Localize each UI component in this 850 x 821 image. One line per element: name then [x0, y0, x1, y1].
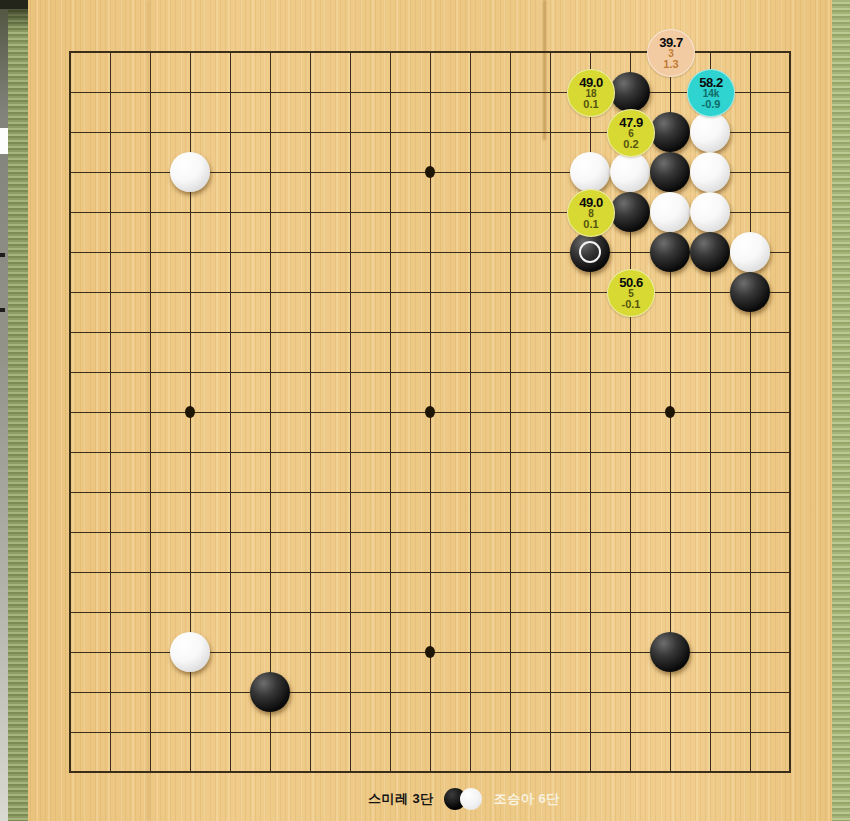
- board-point-P7[interactable]: [610, 512, 650, 552]
- board-point-M14[interactable]: [490, 232, 530, 272]
- board-point-E14[interactable]: [210, 232, 250, 272]
- board-point-J3[interactable]: [370, 672, 410, 712]
- board-point-F15[interactable]: [250, 192, 290, 232]
- board-point-B4[interactable]: [90, 632, 130, 672]
- board-point-D14[interactable]: [170, 232, 210, 272]
- board-point-J19[interactable]: [370, 32, 410, 72]
- board-point-Q4[interactable]: [650, 632, 690, 672]
- board-point-Q16[interactable]: [650, 152, 690, 192]
- board-point-H6[interactable]: [330, 552, 370, 592]
- board-point-H13[interactable]: [330, 272, 370, 312]
- board-point-C8[interactable]: [130, 472, 170, 512]
- board-point-K9[interactable]: [410, 432, 450, 472]
- board-point-C6[interactable]: [130, 552, 170, 592]
- board-point-N7[interactable]: [530, 512, 570, 552]
- board-point-L18[interactable]: [450, 72, 490, 112]
- board-point-A5[interactable]: [50, 592, 90, 632]
- board-point-O13[interactable]: [570, 272, 610, 312]
- board-point-P16[interactable]: [610, 152, 650, 192]
- board-point-M6[interactable]: [490, 552, 530, 592]
- board-point-Q10[interactable]: [650, 392, 690, 432]
- board-point-F7[interactable]: [250, 512, 290, 552]
- board-point-T7[interactable]: [770, 512, 810, 552]
- board-point-M7[interactable]: [490, 512, 530, 552]
- board-point-L7[interactable]: [450, 512, 490, 552]
- board-point-D1[interactable]: [170, 752, 210, 792]
- board-point-M10[interactable]: [490, 392, 530, 432]
- board-point-E18[interactable]: [210, 72, 250, 112]
- board-point-O10[interactable]: [570, 392, 610, 432]
- board-point-O18[interactable]: 49.0180.1: [570, 72, 610, 112]
- board-point-F8[interactable]: [250, 472, 290, 512]
- board-point-S4[interactable]: [730, 632, 770, 672]
- board-point-R12[interactable]: [690, 312, 730, 352]
- board-point-K5[interactable]: [410, 592, 450, 632]
- board-point-T18[interactable]: [770, 72, 810, 112]
- board-point-K7[interactable]: [410, 512, 450, 552]
- board-point-E10[interactable]: [210, 392, 250, 432]
- board-point-E13[interactable]: [210, 272, 250, 312]
- board-point-K14[interactable]: [410, 232, 450, 272]
- board-point-B10[interactable]: [90, 392, 130, 432]
- board-point-T12[interactable]: [770, 312, 810, 352]
- board-point-C11[interactable]: [130, 352, 170, 392]
- board-point-N1[interactable]: [530, 752, 570, 792]
- board-point-E3[interactable]: [210, 672, 250, 712]
- board-point-H2[interactable]: [330, 712, 370, 752]
- board-point-A13[interactable]: [50, 272, 90, 312]
- board-point-B19[interactable]: [90, 32, 130, 72]
- board-point-M15[interactable]: [490, 192, 530, 232]
- board-point-F2[interactable]: [250, 712, 290, 752]
- board-point-L17[interactable]: [450, 112, 490, 152]
- board-point-G12[interactable]: [290, 312, 330, 352]
- board-point-T19[interactable]: [770, 32, 810, 72]
- board-point-Q2[interactable]: [650, 712, 690, 752]
- board-point-R10[interactable]: [690, 392, 730, 432]
- board-point-H5[interactable]: [330, 592, 370, 632]
- board-point-E2[interactable]: [210, 712, 250, 752]
- board-point-G16[interactable]: [290, 152, 330, 192]
- board-point-A11[interactable]: [50, 352, 90, 392]
- board-point-B16[interactable]: [90, 152, 130, 192]
- board-point-B2[interactable]: [90, 712, 130, 752]
- board-point-N11[interactable]: [530, 352, 570, 392]
- board-point-E12[interactable]: [210, 312, 250, 352]
- board-point-C15[interactable]: [130, 192, 170, 232]
- board-point-N6[interactable]: [530, 552, 570, 592]
- board-point-R2[interactable]: [690, 712, 730, 752]
- board-point-S19[interactable]: [730, 32, 770, 72]
- board-point-Q8[interactable]: [650, 472, 690, 512]
- board-point-P13[interactable]: 50.65-0.1: [610, 272, 650, 312]
- board-point-D3[interactable]: [170, 672, 210, 712]
- board-point-O3[interactable]: [570, 672, 610, 712]
- board-point-O11[interactable]: [570, 352, 610, 392]
- board-point-D9[interactable]: [170, 432, 210, 472]
- board-point-C17[interactable]: [130, 112, 170, 152]
- board-point-E19[interactable]: [210, 32, 250, 72]
- board-point-F4[interactable]: [250, 632, 290, 672]
- board-point-L6[interactable]: [450, 552, 490, 592]
- board-point-M17[interactable]: [490, 112, 530, 152]
- board-point-A12[interactable]: [50, 312, 90, 352]
- board-point-C2[interactable]: [130, 712, 170, 752]
- board-point-G1[interactable]: [290, 752, 330, 792]
- board-point-B15[interactable]: [90, 192, 130, 232]
- board-point-A18[interactable]: [50, 72, 90, 112]
- board-point-A15[interactable]: [50, 192, 90, 232]
- board-point-Q6[interactable]: [650, 552, 690, 592]
- board-point-S12[interactable]: [730, 312, 770, 352]
- board-point-O15[interactable]: 49.080.1: [570, 192, 610, 232]
- board-point-N2[interactable]: [530, 712, 570, 752]
- board-point-P2[interactable]: [610, 712, 650, 752]
- board-point-M5[interactable]: [490, 592, 530, 632]
- board-point-L19[interactable]: [450, 32, 490, 72]
- board-point-T9[interactable]: [770, 432, 810, 472]
- board-point-G10[interactable]: [290, 392, 330, 432]
- board-point-N19[interactable]: [530, 32, 570, 72]
- board-point-D7[interactable]: [170, 512, 210, 552]
- board-point-K12[interactable]: [410, 312, 450, 352]
- board-point-G4[interactable]: [290, 632, 330, 672]
- board-point-R19[interactable]: [690, 32, 730, 72]
- board-point-Q1[interactable]: [650, 752, 690, 792]
- board-point-C3[interactable]: [130, 672, 170, 712]
- board-point-F12[interactable]: [250, 312, 290, 352]
- board-point-N9[interactable]: [530, 432, 570, 472]
- board-point-D8[interactable]: [170, 472, 210, 512]
- board-point-J5[interactable]: [370, 592, 410, 632]
- board-point-T3[interactable]: [770, 672, 810, 712]
- board-point-B12[interactable]: [90, 312, 130, 352]
- board-point-P19[interactable]: [610, 32, 650, 72]
- board-point-R17[interactable]: [690, 112, 730, 152]
- board-point-L15[interactable]: [450, 192, 490, 232]
- board-point-F1[interactable]: [250, 752, 290, 792]
- board-point-Q14[interactable]: [650, 232, 690, 272]
- board-point-P14[interactable]: [610, 232, 650, 272]
- board-point-R8[interactable]: [690, 472, 730, 512]
- board-point-E5[interactable]: [210, 592, 250, 632]
- board-point-G3[interactable]: [290, 672, 330, 712]
- candidate-move-P13[interactable]: 50.65-0.1: [607, 269, 655, 317]
- board-point-T17[interactable]: [770, 112, 810, 152]
- board-point-L13[interactable]: [450, 272, 490, 312]
- board-point-A16[interactable]: [50, 152, 90, 192]
- board-point-J17[interactable]: [370, 112, 410, 152]
- board-point-J11[interactable]: [370, 352, 410, 392]
- board-point-H17[interactable]: [330, 112, 370, 152]
- board-point-N17[interactable]: [530, 112, 570, 152]
- board-point-A8[interactable]: [50, 472, 90, 512]
- board-point-K8[interactable]: [410, 472, 450, 512]
- board-point-L3[interactable]: [450, 672, 490, 712]
- board-point-K19[interactable]: [410, 32, 450, 72]
- board-point-T13[interactable]: [770, 272, 810, 312]
- board-point-P1[interactable]: [610, 752, 650, 792]
- board-point-F16[interactable]: [250, 152, 290, 192]
- go-board[interactable]: 39.731.349.0180.158.214k-0.947.960.249.0…: [50, 32, 810, 792]
- board-point-D6[interactable]: [170, 552, 210, 592]
- board-point-Q9[interactable]: [650, 432, 690, 472]
- board-point-L10[interactable]: [450, 392, 490, 432]
- board-point-A10[interactable]: [50, 392, 90, 432]
- board-point-C4[interactable]: [130, 632, 170, 672]
- board-point-K6[interactable]: [410, 552, 450, 592]
- board-point-H9[interactable]: [330, 432, 370, 472]
- board-point-S1[interactable]: [730, 752, 770, 792]
- board-point-P4[interactable]: [610, 632, 650, 672]
- board-point-H12[interactable]: [330, 312, 370, 352]
- board-point-B3[interactable]: [90, 672, 130, 712]
- board-point-F3[interactable]: [250, 672, 290, 712]
- board-point-B8[interactable]: [90, 472, 130, 512]
- board-point-G6[interactable]: [290, 552, 330, 592]
- board-point-C7[interactable]: [130, 512, 170, 552]
- board-point-C18[interactable]: [130, 72, 170, 112]
- board-point-S11[interactable]: [730, 352, 770, 392]
- board-point-M4[interactable]: [490, 632, 530, 672]
- board-point-C13[interactable]: [130, 272, 170, 312]
- board-point-T14[interactable]: [770, 232, 810, 272]
- board-point-R4[interactable]: [690, 632, 730, 672]
- board-point-D15[interactable]: [170, 192, 210, 232]
- board-point-R6[interactable]: [690, 552, 730, 592]
- board-point-J15[interactable]: [370, 192, 410, 232]
- board-point-R3[interactable]: [690, 672, 730, 712]
- board-point-B6[interactable]: [90, 552, 130, 592]
- board-point-R13[interactable]: [690, 272, 730, 312]
- board-point-R15[interactable]: [690, 192, 730, 232]
- board-point-S13[interactable]: [730, 272, 770, 312]
- board-point-K13[interactable]: [410, 272, 450, 312]
- board-point-O1[interactable]: [570, 752, 610, 792]
- board-point-M13[interactable]: [490, 272, 530, 312]
- board-point-J4[interactable]: [370, 632, 410, 672]
- board-point-E4[interactable]: [210, 632, 250, 672]
- board-point-T15[interactable]: [770, 192, 810, 232]
- board-point-H10[interactable]: [330, 392, 370, 432]
- candidate-move-O18[interactable]: 49.0180.1: [567, 69, 615, 117]
- board-point-S17[interactable]: [730, 112, 770, 152]
- board-point-A7[interactable]: [50, 512, 90, 552]
- board-point-F19[interactable]: [250, 32, 290, 72]
- board-point-P12[interactable]: [610, 312, 650, 352]
- board-point-D18[interactable]: [170, 72, 210, 112]
- board-point-B18[interactable]: [90, 72, 130, 112]
- board-point-R11[interactable]: [690, 352, 730, 392]
- board-point-P10[interactable]: [610, 392, 650, 432]
- board-point-M3[interactable]: [490, 672, 530, 712]
- board-point-F9[interactable]: [250, 432, 290, 472]
- board-point-E7[interactable]: [210, 512, 250, 552]
- board-point-T6[interactable]: [770, 552, 810, 592]
- board-point-A3[interactable]: [50, 672, 90, 712]
- board-point-K17[interactable]: [410, 112, 450, 152]
- board-point-T4[interactable]: [770, 632, 810, 672]
- board-point-S15[interactable]: [730, 192, 770, 232]
- board-point-P18[interactable]: [610, 72, 650, 112]
- board-point-B13[interactable]: [90, 272, 130, 312]
- board-point-H1[interactable]: [330, 752, 370, 792]
- board-point-H8[interactable]: [330, 472, 370, 512]
- board-point-M8[interactable]: [490, 472, 530, 512]
- board-point-A17[interactable]: [50, 112, 90, 152]
- board-point-S3[interactable]: [730, 672, 770, 712]
- board-point-K2[interactable]: [410, 712, 450, 752]
- board-point-G2[interactable]: [290, 712, 330, 752]
- board-point-J8[interactable]: [370, 472, 410, 512]
- board-point-R14[interactable]: [690, 232, 730, 272]
- board-point-H11[interactable]: [330, 352, 370, 392]
- board-point-B9[interactable]: [90, 432, 130, 472]
- board-point-N8[interactable]: [530, 472, 570, 512]
- candidate-move-Q19[interactable]: 39.731.3: [647, 29, 695, 77]
- board-point-P15[interactable]: [610, 192, 650, 232]
- board-point-J14[interactable]: [370, 232, 410, 272]
- board-point-F18[interactable]: [250, 72, 290, 112]
- board-point-L5[interactable]: [450, 592, 490, 632]
- board-point-C9[interactable]: [130, 432, 170, 472]
- board-point-N3[interactable]: [530, 672, 570, 712]
- board-point-O14[interactable]: [570, 232, 610, 272]
- board-point-G11[interactable]: [290, 352, 330, 392]
- board-point-O7[interactable]: [570, 512, 610, 552]
- board-point-R9[interactable]: [690, 432, 730, 472]
- board-point-B17[interactable]: [90, 112, 130, 152]
- board-point-P6[interactable]: [610, 552, 650, 592]
- board-point-G14[interactable]: [290, 232, 330, 272]
- board-point-S7[interactable]: [730, 512, 770, 552]
- board-point-J7[interactable]: [370, 512, 410, 552]
- board-point-H18[interactable]: [330, 72, 370, 112]
- board-point-L8[interactable]: [450, 472, 490, 512]
- board-point-K1[interactable]: [410, 752, 450, 792]
- board-point-A14[interactable]: [50, 232, 90, 272]
- board-point-C14[interactable]: [130, 232, 170, 272]
- candidate-move-P17[interactable]: 47.960.2: [607, 109, 655, 157]
- board-point-T11[interactable]: [770, 352, 810, 392]
- board-point-C1[interactable]: [130, 752, 170, 792]
- board-point-D2[interactable]: [170, 712, 210, 752]
- board-point-F17[interactable]: [250, 112, 290, 152]
- board-point-N13[interactable]: [530, 272, 570, 312]
- board-point-T1[interactable]: [770, 752, 810, 792]
- board-point-G5[interactable]: [290, 592, 330, 632]
- board-point-Q3[interactable]: [650, 672, 690, 712]
- board-point-B5[interactable]: [90, 592, 130, 632]
- board-point-O8[interactable]: [570, 472, 610, 512]
- board-point-Q12[interactable]: [650, 312, 690, 352]
- board-point-J9[interactable]: [370, 432, 410, 472]
- board-point-Q19[interactable]: 39.731.3: [650, 32, 690, 72]
- board-point-S5[interactable]: [730, 592, 770, 632]
- board-point-N14[interactable]: [530, 232, 570, 272]
- board-point-G19[interactable]: [290, 32, 330, 72]
- board-point-C16[interactable]: [130, 152, 170, 192]
- board-point-J16[interactable]: [370, 152, 410, 192]
- board-point-L1[interactable]: [450, 752, 490, 792]
- board-point-M2[interactable]: [490, 712, 530, 752]
- board-point-Q15[interactable]: [650, 192, 690, 232]
- board-point-C5[interactable]: [130, 592, 170, 632]
- board-point-R16[interactable]: [690, 152, 730, 192]
- board-point-M1[interactable]: [490, 752, 530, 792]
- board-point-L12[interactable]: [450, 312, 490, 352]
- board-point-L2[interactable]: [450, 712, 490, 752]
- board-point-G7[interactable]: [290, 512, 330, 552]
- board-point-S16[interactable]: [730, 152, 770, 192]
- board-point-M9[interactable]: [490, 432, 530, 472]
- board-point-K15[interactable]: [410, 192, 450, 232]
- candidate-move-O15[interactable]: 49.080.1: [567, 189, 615, 237]
- board-point-D19[interactable]: [170, 32, 210, 72]
- board-point-S2[interactable]: [730, 712, 770, 752]
- board-point-L14[interactable]: [450, 232, 490, 272]
- board-point-T16[interactable]: [770, 152, 810, 192]
- board-point-N5[interactable]: [530, 592, 570, 632]
- board-point-L4[interactable]: [450, 632, 490, 672]
- board-point-F13[interactable]: [250, 272, 290, 312]
- board-point-B7[interactable]: [90, 512, 130, 552]
- board-point-C19[interactable]: [130, 32, 170, 72]
- board-point-A9[interactable]: [50, 432, 90, 472]
- board-point-Q5[interactable]: [650, 592, 690, 632]
- board-point-N12[interactable]: [530, 312, 570, 352]
- board-point-D13[interactable]: [170, 272, 210, 312]
- board-point-Q17[interactable]: [650, 112, 690, 152]
- board-point-M12[interactable]: [490, 312, 530, 352]
- board-point-K11[interactable]: [410, 352, 450, 392]
- board-point-H16[interactable]: [330, 152, 370, 192]
- board-point-E17[interactable]: [210, 112, 250, 152]
- board-point-E1[interactable]: [210, 752, 250, 792]
- board-point-K4[interactable]: [410, 632, 450, 672]
- board-point-G17[interactable]: [290, 112, 330, 152]
- board-point-J1[interactable]: [370, 752, 410, 792]
- board-point-P11[interactable]: [610, 352, 650, 392]
- board-point-S10[interactable]: [730, 392, 770, 432]
- board-point-M16[interactable]: [490, 152, 530, 192]
- board-point-T10[interactable]: [770, 392, 810, 432]
- board-point-E9[interactable]: [210, 432, 250, 472]
- board-point-F11[interactable]: [250, 352, 290, 392]
- board-point-O2[interactable]: [570, 712, 610, 752]
- board-point-J6[interactable]: [370, 552, 410, 592]
- board-point-L16[interactable]: [450, 152, 490, 192]
- board-point-K3[interactable]: [410, 672, 450, 712]
- board-point-S14[interactable]: [730, 232, 770, 272]
- board-point-H7[interactable]: [330, 512, 370, 552]
- board-point-N10[interactable]: [530, 392, 570, 432]
- board-point-B11[interactable]: [90, 352, 130, 392]
- board-point-M18[interactable]: [490, 72, 530, 112]
- board-point-O5[interactable]: [570, 592, 610, 632]
- board-point-D11[interactable]: [170, 352, 210, 392]
- board-point-N4[interactable]: [530, 632, 570, 672]
- board-point-O16[interactable]: [570, 152, 610, 192]
- board-point-E8[interactable]: [210, 472, 250, 512]
- board-point-H4[interactable]: [330, 632, 370, 672]
- board-point-T5[interactable]: [770, 592, 810, 632]
- board-point-R5[interactable]: [690, 592, 730, 632]
- board-point-O12[interactable]: [570, 312, 610, 352]
- board-point-Q11[interactable]: [650, 352, 690, 392]
- board-point-N16[interactable]: [530, 152, 570, 192]
- board-point-S9[interactable]: [730, 432, 770, 472]
